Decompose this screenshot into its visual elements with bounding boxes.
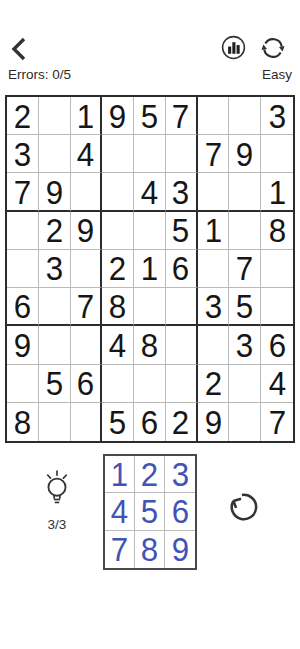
statistics-button[interactable] <box>220 34 247 61</box>
sudoku-cell-r1c4[interactable]: 9 <box>102 97 134 135</box>
sudoku-cell-r4c8[interactable] <box>229 212 261 250</box>
number-pad: 123456789 <box>103 454 197 570</box>
lightbulb-icon <box>35 466 79 512</box>
sudoku-cell-r8c4[interactable] <box>102 365 134 403</box>
given-digit: 1 <box>204 213 221 247</box>
sudoku-cell-r9c1[interactable]: 8 <box>7 403 39 441</box>
given-digit: 8 <box>109 289 126 323</box>
sudoku-cell-r6c8[interactable]: 5 <box>229 288 261 326</box>
given-digit: 3 <box>268 99 285 133</box>
sudoku-cell-r2c6[interactable] <box>166 135 198 173</box>
sudoku-cell-r5c7[interactable] <box>198 250 230 288</box>
numpad-digit: 8 <box>141 532 158 566</box>
given-digit: 7 <box>77 289 94 323</box>
sudoku-cell-r8c2[interactable]: 5 <box>39 365 71 403</box>
numpad-key-3[interactable]: 3 <box>165 456 195 493</box>
given-digit: 5 <box>45 366 62 400</box>
sudoku-cell-r8c8[interactable] <box>229 365 261 403</box>
given-digit: 3 <box>45 251 62 285</box>
given-digit: 7 <box>236 251 253 285</box>
sudoku-cell-r4c4[interactable] <box>102 212 134 250</box>
numpad-key-6[interactable]: 6 <box>165 493 195 530</box>
given-digit: 5 <box>172 213 189 247</box>
given-digit: 6 <box>14 289 31 323</box>
given-digit: 6 <box>141 405 158 439</box>
sudoku-cell-r3c5[interactable]: 4 <box>134 173 166 211</box>
sudoku-cell-r6c5[interactable] <box>134 288 166 326</box>
sudoku-cell-r2c7[interactable]: 7 <box>198 135 230 173</box>
given-digit: 2 <box>109 251 126 285</box>
given-digit: 2 <box>45 213 62 247</box>
given-digit: 9 <box>77 213 94 247</box>
back-chevron-icon <box>9 36 29 62</box>
given-digit: 9 <box>14 328 31 362</box>
sudoku-cell-r4c5[interactable] <box>134 212 166 250</box>
given-digit: 5 <box>141 99 158 133</box>
given-digit: 2 <box>204 366 221 400</box>
sudoku-cell-r7c4[interactable]: 4 <box>102 326 134 364</box>
sudoku-cell-r5c9[interactable] <box>261 250 293 288</box>
status-row: Errors: 0/5 Easy <box>8 67 292 82</box>
given-digit: 2 <box>172 405 189 439</box>
sudoku-cell-r5c6[interactable]: 6 <box>166 250 198 288</box>
sudoku-cell-r4c9[interactable]: 8 <box>261 212 293 250</box>
sudoku-cell-r6c4[interactable]: 8 <box>102 288 134 326</box>
sudoku-cell-r1c2[interactable] <box>39 97 71 135</box>
given-digit: 1 <box>77 99 94 133</box>
sudoku-cell-r9c4[interactable]: 5 <box>102 403 134 441</box>
numpad-digit: 6 <box>171 494 188 528</box>
given-digit: 4 <box>77 137 94 171</box>
sudoku-cell-r8c6[interactable] <box>166 365 198 403</box>
sudoku-cell-r1c7[interactable] <box>198 97 230 135</box>
given-digit: 9 <box>236 137 253 171</box>
sudoku-cell-r7c1[interactable]: 9 <box>7 326 39 364</box>
back-button[interactable] <box>9 36 29 62</box>
hint-count-label: 3/3 <box>33 517 81 532</box>
sudoku-cell-r4c1[interactable] <box>7 212 39 250</box>
sudoku-cell-r2c8[interactable]: 9 <box>229 135 261 173</box>
given-digit: 6 <box>268 328 285 362</box>
sudoku-cell-r2c3[interactable]: 4 <box>71 135 103 173</box>
sudoku-cell-r3c8[interactable] <box>229 173 261 211</box>
sudoku-cell-r9c8[interactable] <box>229 403 261 441</box>
sudoku-cell-r7c7[interactable] <box>198 326 230 364</box>
sudoku-cell-r1c1[interactable]: 2 <box>7 97 39 135</box>
given-digit: 4 <box>268 366 285 400</box>
numpad-digit: 4 <box>111 494 128 528</box>
numpad-key-2[interactable]: 2 <box>135 456 165 493</box>
difficulty-label: Easy <box>262 67 292 82</box>
sudoku-cell-r3c6[interactable]: 3 <box>166 173 198 211</box>
sudoku-cell-r5c5[interactable]: 1 <box>134 250 166 288</box>
sudoku-cell-r9c6[interactable]: 2 <box>166 403 198 441</box>
given-digit: 3 <box>14 137 31 171</box>
given-digit: 7 <box>172 99 189 133</box>
given-digit: 6 <box>77 366 94 400</box>
sudoku-cell-r7c2[interactable] <box>39 326 71 364</box>
sudoku-cell-r4c3[interactable]: 9 <box>71 212 103 250</box>
sudoku-cell-r4c6[interactable]: 5 <box>166 212 198 250</box>
given-digit: 8 <box>141 328 158 362</box>
sudoku-cell-r2c2[interactable] <box>39 135 71 173</box>
undo-button[interactable] <box>226 486 262 528</box>
given-digit: 9 <box>45 175 62 209</box>
given-digit: 5 <box>236 289 253 323</box>
given-digit: 1 <box>141 251 158 285</box>
sudoku-cell-r1c9[interactable]: 3 <box>261 97 293 135</box>
sudoku-cell-r9c5[interactable]: 6 <box>134 403 166 441</box>
sudoku-cell-r5c8[interactable]: 7 <box>229 250 261 288</box>
sudoku-cell-r9c3[interactable] <box>71 403 103 441</box>
sudoku-cell-r5c2[interactable]: 3 <box>39 250 71 288</box>
numpad-key-1[interactable]: 1 <box>105 456 135 493</box>
given-digit: 6 <box>172 251 189 285</box>
given-digit: 2 <box>14 99 31 133</box>
errors-counter: Errors: 0/5 <box>8 67 71 82</box>
sudoku-cell-r5c1[interactable] <box>7 250 39 288</box>
given-digit: 5 <box>109 405 126 439</box>
sudoku-cell-r6c9[interactable] <box>261 288 293 326</box>
given-digit: 3 <box>236 328 253 362</box>
given-digit: 8 <box>14 405 31 439</box>
sudoku-cell-r6c2[interactable] <box>39 288 71 326</box>
sudoku-cell-r2c9[interactable] <box>261 135 293 173</box>
sudoku-cell-r6c6[interactable] <box>166 288 198 326</box>
given-digit: 8 <box>268 213 285 247</box>
given-digit: 4 <box>109 328 126 362</box>
numpad-key-8[interactable]: 8 <box>135 531 165 568</box>
numpad-digit: 2 <box>141 457 158 491</box>
sudoku-cell-r1c3[interactable]: 1 <box>71 97 103 135</box>
given-digit: 9 <box>109 99 126 133</box>
numpad-digit: 5 <box>141 494 158 528</box>
sudoku-cell-r7c3[interactable] <box>71 326 103 364</box>
numpad-digit: 7 <box>111 532 128 566</box>
sudoku-cell-r1c6[interactable]: 7 <box>166 97 198 135</box>
sudoku-cell-r5c3[interactable] <box>71 250 103 288</box>
sudoku-cell-r3c9[interactable]: 1 <box>261 173 293 211</box>
sudoku-cell-r3c2[interactable]: 9 <box>39 173 71 211</box>
sudoku-cell-r3c3[interactable] <box>71 173 103 211</box>
sudoku-cell-r8c1[interactable] <box>7 365 39 403</box>
given-digit: 7 <box>268 405 285 439</box>
sudoku-cell-r8c5[interactable] <box>134 365 166 403</box>
sudoku-cell-r9c7[interactable]: 9 <box>198 403 230 441</box>
numpad-digit: 1 <box>111 457 128 491</box>
given-digit: 7 <box>204 137 221 171</box>
sudoku-cell-r6c7[interactable]: 3 <box>198 288 230 326</box>
sudoku-cell-r4c7[interactable]: 1 <box>198 212 230 250</box>
sudoku-cell-r7c8[interactable]: 3 <box>229 326 261 364</box>
sudoku-cell-r3c1[interactable]: 7 <box>7 173 39 211</box>
given-digit: 4 <box>141 175 158 209</box>
sudoku-cell-r2c4[interactable] <box>102 135 134 173</box>
sudoku-cell-r8c3[interactable]: 6 <box>71 365 103 403</box>
given-digit: 1 <box>268 175 285 209</box>
sudoku-cell-r7c9[interactable]: 6 <box>261 326 293 364</box>
sudoku-cell-r2c5[interactable] <box>134 135 166 173</box>
undo-rotate-left-icon <box>226 486 262 528</box>
sudoku-cell-r2c1[interactable]: 3 <box>7 135 39 173</box>
sudoku-cell-r9c9[interactable]: 7 <box>261 403 293 441</box>
sudoku-cell-r3c4[interactable] <box>102 173 134 211</box>
given-digit: 7 <box>14 175 31 209</box>
sudoku-cell-r8c7[interactable]: 2 <box>198 365 230 403</box>
sudoku-app-page: Errors: 0/5 Easy 21957334797943129518321… <box>0 0 300 649</box>
given-digit: 3 <box>204 289 221 323</box>
sudoku-cell-r4c2[interactable]: 2 <box>39 212 71 250</box>
sudoku-cell-r3c7[interactable] <box>198 173 230 211</box>
numpad-key-9[interactable]: 9 <box>165 531 195 568</box>
sudoku-cell-r1c5[interactable]: 5 <box>134 97 166 135</box>
sudoku-cell-r6c1[interactable]: 6 <box>7 288 39 326</box>
numpad-key-7[interactable]: 7 <box>105 531 135 568</box>
sudoku-cell-r8c9[interactable]: 4 <box>261 365 293 403</box>
numpad-key-4[interactable]: 4 <box>105 493 135 530</box>
bar-chart-circle-icon <box>220 34 247 61</box>
sudoku-cell-r7c6[interactable] <box>166 326 198 364</box>
hint-button[interactable]: 3/3 <box>33 466 81 532</box>
sudoku-cell-r7c5[interactable]: 8 <box>134 326 166 364</box>
numpad-digit: 9 <box>171 532 188 566</box>
sudoku-cell-r6c3[interactable]: 7 <box>71 288 103 326</box>
numpad-digit: 3 <box>171 457 188 491</box>
refresh-icon <box>259 34 287 62</box>
sudoku-cell-r5c4[interactable]: 2 <box>102 250 134 288</box>
sudoku-cell-r1c8[interactable] <box>229 97 261 135</box>
numpad-key-5[interactable]: 5 <box>135 493 165 530</box>
sudoku-board: 2195733479794312951832167678359483656248… <box>5 95 295 443</box>
given-digit: 9 <box>204 405 221 439</box>
restart-button[interactable] <box>259 34 287 62</box>
sudoku-cell-r9c2[interactable] <box>39 403 71 441</box>
given-digit: 3 <box>172 175 189 209</box>
